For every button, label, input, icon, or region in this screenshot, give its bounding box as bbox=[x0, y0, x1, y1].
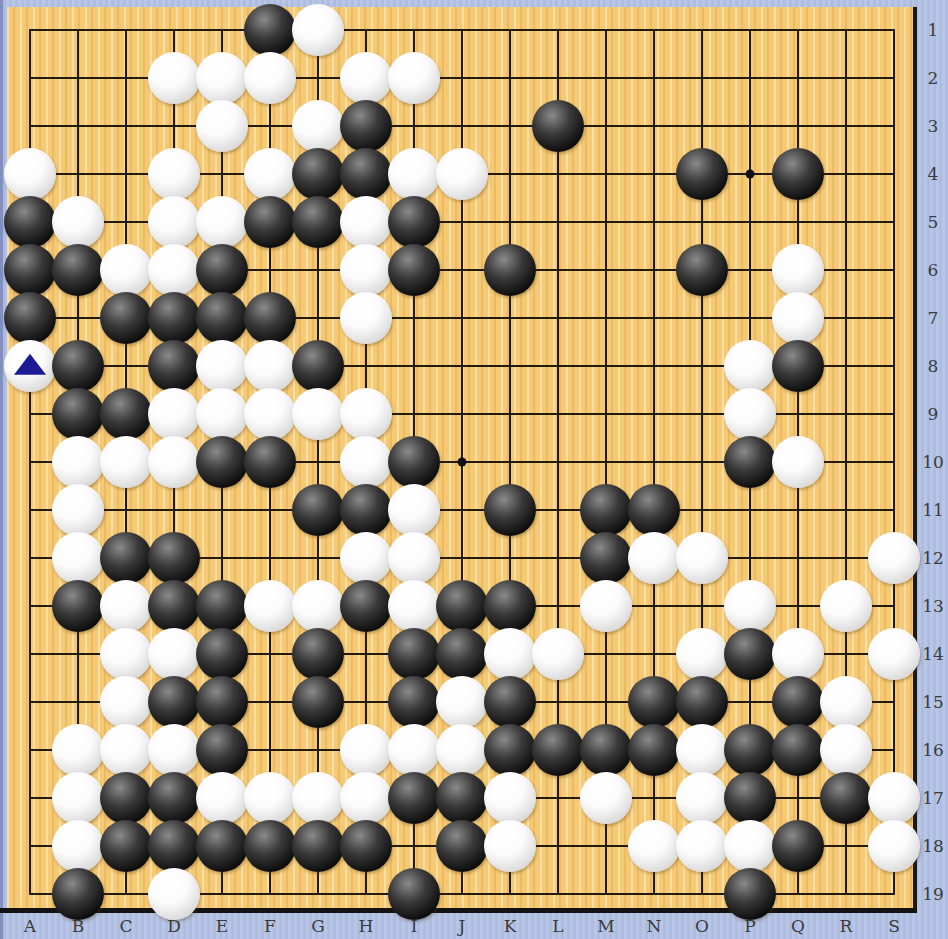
stone-white-H5[interactable] bbox=[340, 196, 392, 248]
row-label-12: 12 bbox=[918, 546, 948, 570]
stone-black-Q4[interactable] bbox=[772, 148, 824, 200]
stone-white-R13[interactable] bbox=[820, 580, 872, 632]
stone-white-E3[interactable] bbox=[196, 100, 248, 152]
stone-black-N15[interactable] bbox=[628, 676, 680, 728]
stone-white-F17[interactable] bbox=[244, 772, 296, 824]
row-label-18: 18 bbox=[918, 834, 948, 858]
grid-hline bbox=[29, 509, 895, 511]
stone-black-F7[interactable] bbox=[244, 292, 296, 344]
stone-white-E2[interactable] bbox=[196, 52, 248, 104]
stone-black-J13[interactable] bbox=[436, 580, 488, 632]
stone-black-M12[interactable] bbox=[580, 532, 632, 584]
stone-black-H18[interactable] bbox=[340, 820, 392, 872]
stone-black-K13[interactable] bbox=[484, 580, 536, 632]
stone-black-B6[interactable] bbox=[52, 244, 104, 296]
row-label-13: 13 bbox=[918, 594, 948, 618]
row-label-6: 6 bbox=[918, 258, 948, 282]
column-label-A: A bbox=[6, 913, 54, 939]
row-label-14: 14 bbox=[918, 642, 948, 666]
stone-white-H17[interactable] bbox=[340, 772, 392, 824]
stone-black-H3[interactable] bbox=[340, 100, 392, 152]
stone-white-C13[interactable] bbox=[100, 580, 152, 632]
row-label-1: 1 bbox=[918, 18, 948, 42]
stone-black-I15[interactable] bbox=[388, 676, 440, 728]
stone-white-S17[interactable] bbox=[868, 772, 920, 824]
stone-white-I2[interactable] bbox=[388, 52, 440, 104]
stone-black-B8[interactable] bbox=[52, 340, 104, 392]
stone-white-E8[interactable] bbox=[196, 340, 248, 392]
stone-white-C14[interactable] bbox=[100, 628, 152, 680]
stone-black-I6[interactable] bbox=[388, 244, 440, 296]
stone-white-F2[interactable] bbox=[244, 52, 296, 104]
stone-black-N16[interactable] bbox=[628, 724, 680, 776]
stone-white-J4[interactable] bbox=[436, 148, 488, 200]
stone-black-G5[interactable] bbox=[292, 196, 344, 248]
stone-white-I13[interactable] bbox=[388, 580, 440, 632]
column-label-D: D bbox=[150, 913, 198, 939]
stone-black-C18[interactable] bbox=[100, 820, 152, 872]
stone-black-E10[interactable] bbox=[196, 436, 248, 488]
star-point bbox=[746, 170, 755, 179]
stone-white-P13[interactable] bbox=[724, 580, 776, 632]
stone-white-K18[interactable] bbox=[484, 820, 536, 872]
stone-black-F1[interactable] bbox=[244, 4, 296, 56]
stone-black-R17[interactable] bbox=[820, 772, 872, 824]
stone-white-G3[interactable] bbox=[292, 100, 344, 152]
stone-white-J16[interactable] bbox=[436, 724, 488, 776]
stone-black-A7[interactable] bbox=[4, 292, 56, 344]
stone-white-F4[interactable] bbox=[244, 148, 296, 200]
stone-white-H2[interactable] bbox=[340, 52, 392, 104]
stone-white-D6[interactable] bbox=[148, 244, 200, 296]
stone-white-C6[interactable] bbox=[100, 244, 152, 296]
stone-white-F13[interactable] bbox=[244, 580, 296, 632]
stone-black-G18[interactable] bbox=[292, 820, 344, 872]
stone-black-C7[interactable] bbox=[100, 292, 152, 344]
stone-white-R15[interactable] bbox=[820, 676, 872, 728]
stone-white-S18[interactable] bbox=[868, 820, 920, 872]
stone-black-D12[interactable] bbox=[148, 532, 200, 584]
stone-black-I14[interactable] bbox=[388, 628, 440, 680]
stone-white-I4[interactable] bbox=[388, 148, 440, 200]
stone-white-B10[interactable] bbox=[52, 436, 104, 488]
stone-black-G14[interactable] bbox=[292, 628, 344, 680]
stone-white-D9[interactable] bbox=[148, 388, 200, 440]
stone-black-H11[interactable] bbox=[340, 484, 392, 536]
column-label-O: O bbox=[678, 913, 726, 939]
stone-white-I11[interactable] bbox=[388, 484, 440, 536]
stone-black-I5[interactable] bbox=[388, 196, 440, 248]
last-move-triangle-marker bbox=[14, 354, 46, 375]
stone-black-M11[interactable] bbox=[580, 484, 632, 536]
stone-white-S12[interactable] bbox=[868, 532, 920, 584]
stone-white-H6[interactable] bbox=[340, 244, 392, 296]
stone-white-J15[interactable] bbox=[436, 676, 488, 728]
stone-white-B17[interactable] bbox=[52, 772, 104, 824]
star-point bbox=[458, 458, 467, 467]
stone-black-E14[interactable] bbox=[196, 628, 248, 680]
stone-black-C9[interactable] bbox=[100, 388, 152, 440]
stone-white-B12[interactable] bbox=[52, 532, 104, 584]
stone-white-H10[interactable] bbox=[340, 436, 392, 488]
stone-black-B9[interactable] bbox=[52, 388, 104, 440]
stone-black-Q18[interactable] bbox=[772, 820, 824, 872]
stone-black-E18[interactable] bbox=[196, 820, 248, 872]
stone-black-I10[interactable] bbox=[388, 436, 440, 488]
column-label-S: S bbox=[870, 913, 918, 939]
stone-black-K16[interactable] bbox=[484, 724, 536, 776]
stone-white-P9[interactable] bbox=[724, 388, 776, 440]
stone-white-F9[interactable] bbox=[244, 388, 296, 440]
stone-black-J18[interactable] bbox=[436, 820, 488, 872]
stone-white-M17[interactable] bbox=[580, 772, 632, 824]
row-label-16: 16 bbox=[918, 738, 948, 762]
stone-black-E7[interactable] bbox=[196, 292, 248, 344]
stone-white-E17[interactable] bbox=[196, 772, 248, 824]
stone-black-D18[interactable] bbox=[148, 820, 200, 872]
row-label-5: 5 bbox=[918, 210, 948, 234]
stone-white-E5[interactable] bbox=[196, 196, 248, 248]
stone-white-H12[interactable] bbox=[340, 532, 392, 584]
column-label-H: H bbox=[342, 913, 390, 939]
stone-black-Q15[interactable] bbox=[772, 676, 824, 728]
stone-white-Q6[interactable] bbox=[772, 244, 824, 296]
stone-white-B11[interactable] bbox=[52, 484, 104, 536]
column-label-L: L bbox=[534, 913, 582, 939]
stone-black-E6[interactable] bbox=[196, 244, 248, 296]
stone-black-A5[interactable] bbox=[4, 196, 56, 248]
stone-white-G9[interactable] bbox=[292, 388, 344, 440]
stone-black-B13[interactable] bbox=[52, 580, 104, 632]
stone-white-F8[interactable] bbox=[244, 340, 296, 392]
stone-white-D14[interactable] bbox=[148, 628, 200, 680]
stone-white-O18[interactable] bbox=[676, 820, 728, 872]
stone-white-Q7[interactable] bbox=[772, 292, 824, 344]
stone-white-N12[interactable] bbox=[628, 532, 680, 584]
stone-white-C16[interactable] bbox=[100, 724, 152, 776]
stone-white-L14[interactable] bbox=[532, 628, 584, 680]
stone-white-D5[interactable] bbox=[148, 196, 200, 248]
row-label-19: 19 bbox=[918, 882, 948, 906]
stone-white-B16[interactable] bbox=[52, 724, 104, 776]
stone-white-B18[interactable] bbox=[52, 820, 104, 872]
row-label-9: 9 bbox=[918, 402, 948, 426]
stone-black-K11[interactable] bbox=[484, 484, 536, 536]
stone-black-D13[interactable] bbox=[148, 580, 200, 632]
stone-black-O15[interactable] bbox=[676, 676, 728, 728]
stone-black-E13[interactable] bbox=[196, 580, 248, 632]
stone-black-D7[interactable] bbox=[148, 292, 200, 344]
column-label-G: G bbox=[294, 913, 342, 939]
stone-black-N11[interactable] bbox=[628, 484, 680, 536]
row-label-10: 10 bbox=[918, 450, 948, 474]
stone-white-K14[interactable] bbox=[484, 628, 536, 680]
stone-black-K15[interactable] bbox=[484, 676, 536, 728]
column-label-P: P bbox=[726, 913, 774, 939]
stone-white-H16[interactable] bbox=[340, 724, 392, 776]
stone-white-C10[interactable] bbox=[100, 436, 152, 488]
stone-black-I17[interactable] bbox=[388, 772, 440, 824]
stone-black-F18[interactable] bbox=[244, 820, 296, 872]
stone-black-Q8[interactable] bbox=[772, 340, 824, 392]
row-label-17: 17 bbox=[918, 786, 948, 810]
row-label-2: 2 bbox=[918, 66, 948, 90]
stone-black-C12[interactable] bbox=[100, 532, 152, 584]
stone-black-D17[interactable] bbox=[148, 772, 200, 824]
stone-black-A6[interactable] bbox=[4, 244, 56, 296]
stone-white-P18[interactable] bbox=[724, 820, 776, 872]
window-left-edge bbox=[0, 0, 3, 939]
stone-white-D10[interactable] bbox=[148, 436, 200, 488]
column-label-C: C bbox=[102, 913, 150, 939]
stone-black-D15[interactable] bbox=[148, 676, 200, 728]
stone-black-P17[interactable] bbox=[724, 772, 776, 824]
stone-white-H7[interactable] bbox=[340, 292, 392, 344]
grid-vline bbox=[893, 29, 895, 895]
stone-black-G15[interactable] bbox=[292, 676, 344, 728]
stone-white-C15[interactable] bbox=[100, 676, 152, 728]
row-label-11: 11 bbox=[918, 498, 948, 522]
column-label-M: M bbox=[582, 913, 630, 939]
stone-white-D4[interactable] bbox=[148, 148, 200, 200]
stone-black-Q16[interactable] bbox=[772, 724, 824, 776]
stone-white-P8[interactable] bbox=[724, 340, 776, 392]
column-label-N: N bbox=[630, 913, 678, 939]
stone-black-O4[interactable] bbox=[676, 148, 728, 200]
column-label-K: K bbox=[486, 913, 534, 939]
stone-white-K17[interactable] bbox=[484, 772, 536, 824]
stone-black-M16[interactable] bbox=[580, 724, 632, 776]
stone-white-D2[interactable] bbox=[148, 52, 200, 104]
stone-white-O12[interactable] bbox=[676, 532, 728, 584]
stone-black-G8[interactable] bbox=[292, 340, 344, 392]
column-label-E: E bbox=[198, 913, 246, 939]
stone-black-H13[interactable] bbox=[340, 580, 392, 632]
stone-black-L16[interactable] bbox=[532, 724, 584, 776]
stone-black-E15[interactable] bbox=[196, 676, 248, 728]
stone-black-H4[interactable] bbox=[340, 148, 392, 200]
stone-black-O6[interactable] bbox=[676, 244, 728, 296]
row-label-4: 4 bbox=[918, 162, 948, 186]
stone-black-C17[interactable] bbox=[100, 772, 152, 824]
stone-black-L3[interactable] bbox=[532, 100, 584, 152]
row-label-8: 8 bbox=[918, 354, 948, 378]
stone-white-H9[interactable] bbox=[340, 388, 392, 440]
column-label-J: J bbox=[438, 913, 486, 939]
row-label-15: 15 bbox=[918, 690, 948, 714]
stone-white-B5[interactable] bbox=[52, 196, 104, 248]
stone-black-G4[interactable] bbox=[292, 148, 344, 200]
column-label-I: I bbox=[390, 913, 438, 939]
stone-white-Q10[interactable] bbox=[772, 436, 824, 488]
stone-black-F10[interactable] bbox=[244, 436, 296, 488]
stone-black-P16[interactable] bbox=[724, 724, 776, 776]
stone-white-I16[interactable] bbox=[388, 724, 440, 776]
go-app-window: ABCDEFGHIJKLMNOPQRS 12345678910111213141… bbox=[0, 0, 948, 939]
stone-white-G17[interactable] bbox=[292, 772, 344, 824]
stone-white-R16[interactable] bbox=[820, 724, 872, 776]
stone-black-D8[interactable] bbox=[148, 340, 200, 392]
stone-black-J14[interactable] bbox=[436, 628, 488, 680]
stone-white-G1[interactable] bbox=[292, 4, 344, 56]
stone-white-O16[interactable] bbox=[676, 724, 728, 776]
stone-white-M13[interactable] bbox=[580, 580, 632, 632]
stone-black-P10[interactable] bbox=[724, 436, 776, 488]
row-label-3: 3 bbox=[918, 114, 948, 138]
stone-white-O17[interactable] bbox=[676, 772, 728, 824]
stone-black-F5[interactable] bbox=[244, 196, 296, 248]
stone-white-I12[interactable] bbox=[388, 532, 440, 584]
stone-black-P14[interactable] bbox=[724, 628, 776, 680]
stone-white-O14[interactable] bbox=[676, 628, 728, 680]
stone-white-N18[interactable] bbox=[628, 820, 680, 872]
column-label-B: B bbox=[54, 913, 102, 939]
stone-white-A4[interactable] bbox=[4, 148, 56, 200]
column-label-Q: Q bbox=[774, 913, 822, 939]
stone-white-S14[interactable] bbox=[868, 628, 920, 680]
stone-white-E9[interactable] bbox=[196, 388, 248, 440]
row-label-7: 7 bbox=[918, 306, 948, 330]
column-label-F: F bbox=[246, 913, 294, 939]
stone-black-G11[interactable] bbox=[292, 484, 344, 536]
stone-black-K6[interactable] bbox=[484, 244, 536, 296]
stone-white-Q14[interactable] bbox=[772, 628, 824, 680]
stone-white-A8[interactable] bbox=[4, 340, 56, 392]
stone-black-J17[interactable] bbox=[436, 772, 488, 824]
stone-white-G13[interactable] bbox=[292, 580, 344, 632]
stone-black-E16[interactable] bbox=[196, 724, 248, 776]
column-label-R: R bbox=[822, 913, 870, 939]
stone-white-D16[interactable] bbox=[148, 724, 200, 776]
